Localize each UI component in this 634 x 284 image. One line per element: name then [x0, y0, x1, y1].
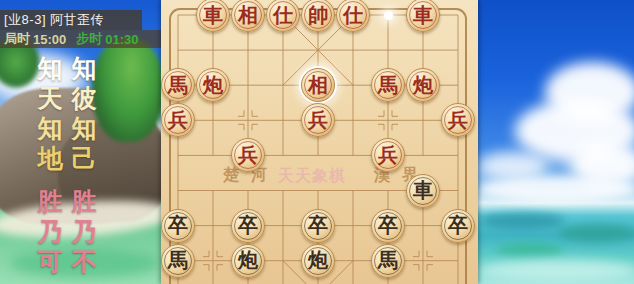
match-title: [业8-3] 阿甘歪传 [4, 11, 104, 29]
timers-bar: 局时 15:00 步时 01:30 [0, 30, 165, 48]
quote-char: 乃 [38, 217, 63, 247]
quote-char: 天 [38, 84, 63, 114]
quote-char: 地 [38, 144, 63, 174]
quote-char: 知 [72, 114, 97, 144]
piece-black-炮-c2r7[interactable]: 炮 [231, 244, 265, 278]
cloud [478, 152, 548, 180]
piece-black-卒-c8r6[interactable]: 卒 [441, 209, 475, 243]
piece-red-炮-c1r2[interactable]: 炮 [196, 68, 230, 102]
sea-reef [480, 213, 565, 229]
cloud [478, 176, 634, 202]
quote-char: 知 [72, 54, 97, 84]
quote-column-left: 知天知地胜乃可 [36, 54, 64, 277]
quote-char: 知 [38, 114, 63, 144]
quote-char: 知 [38, 54, 63, 84]
piece-black-馬-c0r7[interactable]: 馬 [161, 244, 195, 278]
piece-black-車-c7r5[interactable]: 車 [406, 174, 440, 208]
move-time-value: 01:30 [105, 32, 138, 47]
game-time-value: 15:00 [33, 32, 66, 47]
piece-black-馬-c6r7[interactable]: 馬 [371, 244, 405, 278]
quote-char: 乃 [72, 217, 97, 247]
piece-black-卒-c4r6[interactable]: 卒 [301, 209, 335, 243]
game-time-label: 局时 [4, 30, 30, 48]
quote-char: 胜 [72, 187, 97, 217]
quote-char: 己 [72, 144, 97, 174]
sea-reef [558, 224, 634, 242]
piece-red-相-c4r2[interactable]: 相 [301, 68, 335, 102]
xiangqi-board[interactable]: 楚河 漢界 天天象棋 車相仕帥仕車馬炮相馬炮兵兵兵兵兵車卒卒卒卒卒馬炮炮馬 [161, 0, 478, 284]
quote-char: 不 [72, 247, 97, 277]
piece-black-卒-c6r6[interactable]: 卒 [371, 209, 405, 243]
palm-tree [92, 38, 162, 142]
piece-black-炮-c4r7[interactable]: 炮 [301, 244, 335, 278]
last-move-origin-marker [384, 11, 393, 20]
sea-reef [497, 243, 563, 257]
move-time-label: 步时 [76, 30, 102, 48]
quote-char: 可 [38, 247, 63, 277]
app-watermark: 天天象棋 [274, 166, 350, 187]
quote-char: 胜 [38, 187, 63, 217]
piece-red-炮-c7r2[interactable]: 炮 [406, 68, 440, 102]
game-screen: 知天知地胜乃可 知彼知己胜乃不 [业8-3] 阿甘歪传 局时 15:00 步时 … [0, 0, 634, 284]
sea-foam [478, 260, 634, 282]
quote-char: 彼 [72, 84, 97, 114]
piece-black-卒-c2r6[interactable]: 卒 [231, 209, 265, 243]
piece-black-卒-c0r6[interactable]: 卒 [161, 209, 195, 243]
piece-red-馬-c0r2[interactable]: 馬 [161, 68, 195, 102]
match-title-bar: [业8-3] 阿甘歪传 [0, 10, 142, 30]
piece-red-馬-c6r2[interactable]: 馬 [371, 68, 405, 102]
quote-column-right: 知彼知己胜乃不 [70, 54, 98, 277]
